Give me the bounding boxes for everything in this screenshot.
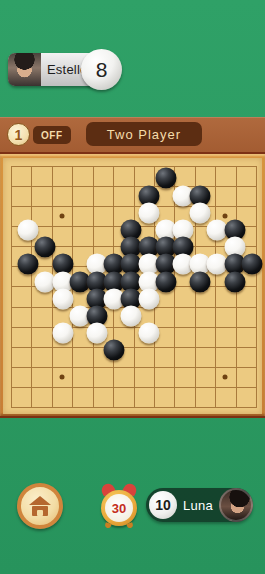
home-icon: [29, 496, 51, 516]
game-board[interactable]: [0, 152, 265, 418]
timer-value: 30: [105, 494, 133, 522]
white-stone: [138, 202, 159, 223]
black-stone: [35, 237, 56, 258]
board-grid: [11, 166, 257, 408]
star-point: [60, 374, 65, 379]
black-stone: [190, 271, 211, 292]
off-toggle[interactable]: OFF: [33, 126, 71, 144]
white-stone: [52, 288, 73, 309]
board-field[interactable]: [3, 158, 262, 414]
timer-clock: 30: [99, 484, 139, 528]
black-stone: [224, 271, 245, 292]
coin-badge[interactable]: 1: [7, 123, 30, 146]
black-stone: [155, 271, 176, 292]
top-player-pill: Estelle 8: [8, 53, 114, 86]
black-stone: [241, 254, 262, 275]
mode-title: Two Player: [86, 122, 202, 146]
star-point: [223, 374, 228, 379]
bottom-player-pill: 10 Luna: [146, 488, 253, 522]
bottom-player-name: Luna: [177, 498, 219, 513]
black-stone: [155, 168, 176, 189]
star-point: [60, 214, 65, 219]
bottom-player-count: 10: [149, 491, 177, 519]
white-stone: [138, 288, 159, 309]
bottom-player-avatar: [219, 488, 253, 522]
white-stone: [190, 202, 211, 223]
home-button[interactable]: [17, 483, 63, 529]
white-stone: [138, 323, 159, 344]
white-stone: [121, 306, 142, 327]
black-stone: [18, 254, 39, 275]
white-stone: [18, 220, 39, 241]
top-player-score-ball: 8: [81, 49, 122, 90]
header-bar: 1 OFF Two Player: [0, 117, 265, 152]
white-stone: [87, 323, 108, 344]
star-point: [223, 214, 228, 219]
white-stone: [52, 323, 73, 344]
app-screen: Estelle 8 1 OFF Two Player 30 10 Luna: [0, 0, 265, 574]
top-player-avatar: [8, 53, 41, 86]
black-stone: [104, 340, 125, 361]
